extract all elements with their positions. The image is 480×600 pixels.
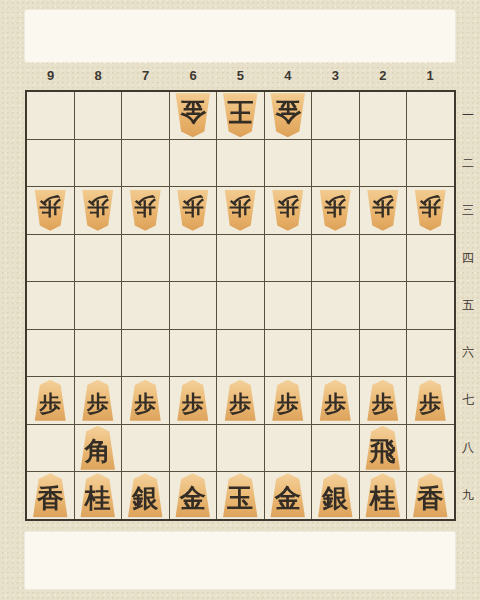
file-label-2: 2 bbox=[359, 64, 406, 88]
board-cell-7四[interactable] bbox=[122, 235, 169, 282]
rank-label-2: 二 bbox=[458, 139, 478, 186]
board-cell-5四[interactable] bbox=[217, 235, 264, 282]
piece-sente-pawn[interactable]: 歩 bbox=[222, 380, 258, 421]
board-cell-2九[interactable]: 桂 bbox=[360, 472, 407, 519]
piece-sente-lance[interactable]: 香 bbox=[30, 473, 70, 517]
board-cell-1九[interactable]: 香 bbox=[407, 472, 454, 519]
piece-sente-pawn[interactable]: 歩 bbox=[412, 380, 448, 421]
board-cell-6六[interactable] bbox=[170, 330, 217, 377]
board-cell-9一[interactable] bbox=[27, 92, 74, 139]
board-cell-4四[interactable] bbox=[265, 235, 312, 282]
board-cell-9四[interactable] bbox=[27, 235, 74, 282]
piece-glyph: 歩 bbox=[229, 196, 251, 218]
file-label-6: 6 bbox=[169, 64, 216, 88]
board-cell-7一[interactable] bbox=[122, 92, 169, 139]
piece-sente-pawn[interactable]: 歩 bbox=[270, 380, 306, 421]
board-cell-9二[interactable] bbox=[27, 140, 74, 187]
board-cell-6一[interactable]: 金 bbox=[170, 92, 217, 139]
shogi-board: 金王金歩歩歩歩歩歩歩歩歩歩歩歩歩歩歩歩歩歩角飛香桂銀金玉金銀桂香 bbox=[25, 90, 456, 521]
piece-glyph: 歩 bbox=[39, 196, 61, 218]
file-label-1: 1 bbox=[407, 64, 454, 88]
file-label-9: 9 bbox=[27, 64, 74, 88]
board-cell-2二[interactable] bbox=[360, 140, 407, 187]
board-cell-6八[interactable] bbox=[170, 425, 217, 472]
piece-glyph: 金 bbox=[275, 99, 301, 125]
board-cell-1一[interactable] bbox=[407, 92, 454, 139]
file-label-5: 5 bbox=[217, 64, 264, 88]
board-cell-2三[interactable]: 歩 bbox=[360, 187, 407, 234]
board-cell-3二[interactable] bbox=[312, 140, 359, 187]
file-label-4: 4 bbox=[264, 64, 311, 88]
board-cell-3一[interactable] bbox=[312, 92, 359, 139]
piece-sente-bishop[interactable]: 角 bbox=[78, 426, 118, 470]
board-cell-3五[interactable] bbox=[312, 282, 359, 329]
board-cell-1二[interactable] bbox=[407, 140, 454, 187]
board-cell-3四[interactable] bbox=[312, 235, 359, 282]
board-cell-5一[interactable]: 王 bbox=[217, 92, 264, 139]
piece-sente-knight[interactable]: 桂 bbox=[363, 473, 403, 517]
piece-glyph: 歩 bbox=[419, 392, 441, 414]
board-cell-1三[interactable]: 歩 bbox=[407, 187, 454, 234]
board-cell-4九[interactable]: 金 bbox=[265, 472, 312, 519]
board-cell-7三[interactable]: 歩 bbox=[122, 187, 169, 234]
piece-glyph: 歩 bbox=[324, 392, 346, 414]
rank-label-7: 七 bbox=[458, 377, 478, 424]
board-cell-8三[interactable]: 歩 bbox=[75, 187, 122, 234]
piece-sente-lance[interactable]: 香 bbox=[410, 473, 450, 517]
piece-gote-pawn[interactable]: 歩 bbox=[80, 190, 116, 231]
piece-gote-pawn[interactable]: 歩 bbox=[222, 190, 258, 231]
piece-glyph: 銀 bbox=[322, 485, 348, 511]
board-cell-8二[interactable] bbox=[75, 140, 122, 187]
piece-glyph: 歩 bbox=[39, 392, 61, 414]
board-cell-3六[interactable] bbox=[312, 330, 359, 377]
piece-glyph: 玉 bbox=[227, 485, 253, 511]
board-cell-6九[interactable]: 金 bbox=[170, 472, 217, 519]
piece-gote-gold[interactable]: 金 bbox=[173, 93, 213, 137]
board-cell-9九[interactable]: 香 bbox=[27, 472, 74, 519]
piece-sente-pawn[interactable]: 歩 bbox=[317, 380, 353, 421]
piece-glyph: 歩 bbox=[182, 196, 204, 218]
board-cell-8六[interactable] bbox=[75, 330, 122, 377]
board-cell-1六[interactable] bbox=[407, 330, 454, 377]
piece-glyph: 角 bbox=[85, 438, 111, 464]
rank-label-9: 九 bbox=[458, 472, 478, 519]
board-cell-6三[interactable]: 歩 bbox=[170, 187, 217, 234]
piece-glyph: 歩 bbox=[277, 392, 299, 414]
board-cell-1五[interactable] bbox=[407, 282, 454, 329]
piece-glyph: 歩 bbox=[87, 392, 109, 414]
board-cell-6七[interactable]: 歩 bbox=[170, 377, 217, 424]
piece-glyph: 歩 bbox=[277, 196, 299, 218]
piece-glyph: 香 bbox=[37, 485, 63, 511]
board-cell-6四[interactable] bbox=[170, 235, 217, 282]
board-cell-7九[interactable]: 銀 bbox=[122, 472, 169, 519]
piece-sente-king[interactable]: 玉 bbox=[220, 473, 260, 517]
rank-label-3: 三 bbox=[458, 187, 478, 234]
board-cell-5六[interactable] bbox=[217, 330, 264, 377]
piece-sente-knight[interactable]: 桂 bbox=[78, 473, 118, 517]
piece-glyph: 飛 bbox=[370, 438, 396, 464]
piece-sente-silver[interactable]: 銀 bbox=[315, 473, 355, 517]
board-cell-8四[interactable] bbox=[75, 235, 122, 282]
piece-glyph: 歩 bbox=[87, 196, 109, 218]
board-cell-6二[interactable] bbox=[170, 140, 217, 187]
board-cell-9七[interactable]: 歩 bbox=[27, 377, 74, 424]
board-cell-2七[interactable]: 歩 bbox=[360, 377, 407, 424]
piece-glyph: 歩 bbox=[134, 196, 156, 218]
piece-glyph: 歩 bbox=[229, 392, 251, 414]
piece-glyph: 金 bbox=[180, 485, 206, 511]
board-cell-4二[interactable] bbox=[265, 140, 312, 187]
board-cell-4三[interactable]: 歩 bbox=[265, 187, 312, 234]
file-label-8: 8 bbox=[74, 64, 121, 88]
board-cell-4八[interactable] bbox=[265, 425, 312, 472]
piece-glyph: 銀 bbox=[132, 485, 158, 511]
board-cell-2六[interactable] bbox=[360, 330, 407, 377]
board-cell-7五[interactable] bbox=[122, 282, 169, 329]
board-cell-1八[interactable] bbox=[407, 425, 454, 472]
board-cell-1七[interactable]: 歩 bbox=[407, 377, 454, 424]
board-cell-3七[interactable]: 歩 bbox=[312, 377, 359, 424]
board-cell-3三[interactable]: 歩 bbox=[312, 187, 359, 234]
board-cell-7八[interactable] bbox=[122, 425, 169, 472]
top-panel bbox=[25, 10, 455, 62]
piece-glyph: 王 bbox=[227, 99, 253, 125]
board-cell-3八[interactable] bbox=[312, 425, 359, 472]
piece-sente-gold[interactable]: 金 bbox=[173, 473, 213, 517]
board-cell-2四[interactable] bbox=[360, 235, 407, 282]
piece-glyph: 桂 bbox=[370, 485, 396, 511]
board-cell-9八[interactable] bbox=[27, 425, 74, 472]
board-cell-4七[interactable]: 歩 bbox=[265, 377, 312, 424]
board-cell-7七[interactable]: 歩 bbox=[122, 377, 169, 424]
piece-glyph: 歩 bbox=[182, 392, 204, 414]
board-cell-2一[interactable] bbox=[360, 92, 407, 139]
piece-gote-gold[interactable]: 金 bbox=[268, 93, 308, 137]
rank-label-4: 四 bbox=[458, 234, 478, 281]
piece-glyph: 香 bbox=[417, 485, 443, 511]
board-cell-5五[interactable] bbox=[217, 282, 264, 329]
rank-label-5: 五 bbox=[458, 282, 478, 329]
rank-labels: 一二三四五六七八九 bbox=[458, 92, 478, 519]
board-cell-2五[interactable] bbox=[360, 282, 407, 329]
board-cell-9六[interactable] bbox=[27, 330, 74, 377]
piece-sente-pawn[interactable]: 歩 bbox=[175, 380, 211, 421]
piece-gote-pawn[interactable]: 歩 bbox=[317, 190, 353, 231]
piece-gote-pawn[interactable]: 歩 bbox=[175, 190, 211, 231]
board-cell-4一[interactable]: 金 bbox=[265, 92, 312, 139]
piece-gote-pawn[interactable]: 歩 bbox=[32, 190, 68, 231]
piece-gote-pawn[interactable]: 歩 bbox=[365, 190, 401, 231]
board-cell-5九[interactable]: 玉 bbox=[217, 472, 264, 519]
board-cell-7六[interactable] bbox=[122, 330, 169, 377]
board-cell-7二[interactable] bbox=[122, 140, 169, 187]
piece-glyph: 金 bbox=[180, 99, 206, 125]
file-label-3: 3 bbox=[312, 64, 359, 88]
piece-sente-silver[interactable]: 銀 bbox=[125, 473, 165, 517]
board-cell-5七[interactable]: 歩 bbox=[217, 377, 264, 424]
board-cell-5三[interactable]: 歩 bbox=[217, 187, 264, 234]
board-cell-8一[interactable] bbox=[75, 92, 122, 139]
board-cell-8八[interactable]: 角 bbox=[75, 425, 122, 472]
piece-sente-rook[interactable]: 飛 bbox=[363, 426, 403, 470]
board-cell-9五[interactable] bbox=[27, 282, 74, 329]
piece-gote-king[interactable]: 王 bbox=[220, 93, 260, 137]
board-cell-5二[interactable] bbox=[217, 140, 264, 187]
piece-sente-gold[interactable]: 金 bbox=[268, 473, 308, 517]
rank-label-1: 一 bbox=[458, 92, 478, 139]
rank-label-8: 八 bbox=[458, 424, 478, 471]
board-cell-8五[interactable] bbox=[75, 282, 122, 329]
piece-sente-pawn[interactable]: 歩 bbox=[32, 380, 68, 421]
piece-sente-pawn[interactable]: 歩 bbox=[127, 380, 163, 421]
piece-gote-pawn[interactable]: 歩 bbox=[127, 190, 163, 231]
piece-sente-pawn[interactable]: 歩 bbox=[80, 380, 116, 421]
board-cell-8七[interactable]: 歩 bbox=[75, 377, 122, 424]
piece-glyph: 歩 bbox=[372, 196, 394, 218]
board-cell-4六[interactable] bbox=[265, 330, 312, 377]
piece-glyph: 歩 bbox=[134, 392, 156, 414]
piece-gote-pawn[interactable]: 歩 bbox=[270, 190, 306, 231]
piece-glyph: 金 bbox=[275, 485, 301, 511]
piece-sente-pawn[interactable]: 歩 bbox=[365, 380, 401, 421]
piece-gote-pawn[interactable]: 歩 bbox=[412, 190, 448, 231]
board-cell-1四[interactable] bbox=[407, 235, 454, 282]
board-cell-8九[interactable]: 桂 bbox=[75, 472, 122, 519]
piece-glyph: 桂 bbox=[85, 485, 111, 511]
file-labels: 987654321 bbox=[27, 64, 454, 88]
rank-label-6: 六 bbox=[458, 329, 478, 376]
board-cell-2八[interactable]: 飛 bbox=[360, 425, 407, 472]
piece-glyph: 歩 bbox=[324, 196, 346, 218]
piece-glyph: 歩 bbox=[372, 392, 394, 414]
board-cell-9三[interactable]: 歩 bbox=[27, 187, 74, 234]
board-cell-3九[interactable]: 銀 bbox=[312, 472, 359, 519]
file-label-7: 7 bbox=[122, 64, 169, 88]
board-cell-6五[interactable] bbox=[170, 282, 217, 329]
board-cell-4五[interactable] bbox=[265, 282, 312, 329]
board-cell-5八[interactable] bbox=[217, 425, 264, 472]
piece-glyph: 歩 bbox=[419, 196, 441, 218]
bottom-panel bbox=[25, 532, 455, 589]
